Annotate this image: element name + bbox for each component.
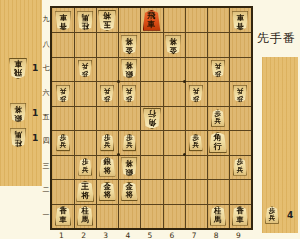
piece-kanji: 銀 [126, 69, 134, 78]
grid-line [207, 8, 208, 228]
piece-金将-3二[interactable]: 金将 [99, 182, 116, 202]
rank-label-一: 一 [43, 210, 50, 220]
file-label-3: 3 [103, 231, 108, 240]
hand-piece-gote-歩兵[interactable]: 歩兵 [265, 206, 279, 224]
grid-line [163, 8, 164, 228]
piece-銀将-4三[interactable]: 銀将 [121, 157, 138, 177]
grid-line [52, 179, 251, 180]
hand-piece-sente-飛車[interactable]: 飛車 [9, 58, 27, 79]
piece-kanji: 歩 [60, 94, 67, 102]
piece-kanji: 兵 [60, 142, 67, 150]
piece-金将-4八[interactable]: 金将 [121, 35, 138, 55]
piece-歩兵-2三[interactable]: 歩兵 [78, 158, 92, 176]
piece-角行-5五[interactable]: 角行 [143, 108, 161, 129]
piece-玉将-3九[interactable]: 玉将 [98, 10, 116, 31]
piece-kanji: 金 [170, 45, 178, 54]
piece-歩兵-1四[interactable]: 歩兵 [56, 134, 70, 152]
piece-歩兵-2七[interactable]: 歩兵 [78, 60, 92, 78]
piece-kanji: 兵 [237, 167, 244, 175]
piece-kanji: 将 [81, 191, 89, 200]
piece-歩兵-8五[interactable]: 歩兵 [211, 109, 225, 127]
rank-label-八: 八 [43, 39, 50, 49]
rank-label-四: 四 [43, 136, 50, 146]
piece-kanji: 将 [126, 191, 134, 200]
rank-label-九: 九 [43, 14, 50, 24]
piece-kanji: 将 [104, 191, 112, 200]
piece-歩兵-4六[interactable]: 歩兵 [122, 85, 136, 103]
piece-金将-4二[interactable]: 金将 [121, 182, 138, 202]
piece-kanji: 車 [59, 216, 67, 225]
piece-歩兵-9三[interactable]: 歩兵 [233, 158, 247, 176]
piece-kanji: 車 [14, 59, 22, 68]
file-label-9: 9 [236, 231, 241, 240]
piece-kanji: 金 [126, 45, 134, 54]
piece-kanji: 歩 [237, 94, 244, 102]
piece-kanji: 将 [126, 36, 134, 45]
piece-飛車-5九[interactable]: 飛車 [143, 10, 161, 31]
piece-kanji: 角 [148, 118, 156, 127]
piece-kanji: 香 [59, 20, 67, 29]
grid-line [52, 106, 251, 107]
hoshi-dot [117, 80, 120, 83]
piece-kanji: 将 [103, 11, 111, 20]
piece-kanji: 兵 [104, 86, 111, 94]
grid-line [52, 57, 251, 58]
piece-kanji: 王 [81, 182, 89, 191]
hoshi-dot [117, 153, 120, 156]
piece-kanji: 兵 [82, 62, 89, 70]
piece-kanji: 兵 [215, 118, 222, 126]
rank-label-二: 二 [43, 185, 50, 195]
piece-kanji: 将 [170, 36, 178, 45]
hand-count: 1 [32, 63, 38, 73]
piece-歩兵-7四[interactable]: 歩兵 [189, 134, 203, 152]
piece-桂馬-8一[interactable]: 桂馬 [210, 206, 227, 226]
shogi-board[interactable]: 香車桂馬玉将飛車香車金将金将歩兵銀将歩兵歩兵歩兵歩兵歩兵歩兵角行歩兵歩兵歩兵歩兵… [50, 6, 253, 230]
piece-kanji: 行 [148, 109, 156, 118]
hoshi-dot [183, 80, 186, 83]
piece-kanji: 兵 [192, 86, 199, 94]
piece-銀将-4七[interactable]: 銀将 [121, 59, 138, 79]
piece-kanji: 車 [236, 216, 244, 225]
grid-line [52, 155, 251, 156]
piece-歩兵-9六[interactable]: 歩兵 [233, 85, 247, 103]
piece-kanji: 兵 [192, 142, 199, 150]
file-label-4: 4 [125, 231, 130, 240]
piece-kanji: 歩 [104, 94, 111, 102]
piece-kanji: 兵 [60, 86, 67, 94]
grid-line [52, 204, 251, 205]
turn-indicator: 先手番 [257, 30, 296, 47]
piece-kanji: 車 [148, 20, 156, 29]
rank-label-五: 五 [43, 112, 50, 122]
piece-歩兵-3六[interactable]: 歩兵 [100, 85, 114, 103]
piece-kanji: 桂 [81, 20, 89, 29]
piece-kanji: 兵 [215, 62, 222, 70]
grid-line [52, 130, 251, 131]
piece-歩兵-3四[interactable]: 歩兵 [100, 134, 114, 152]
file-label-7: 7 [192, 231, 197, 240]
file-label-1: 1 [59, 231, 64, 240]
piece-kanji: 玉 [103, 20, 111, 29]
piece-kanji: 兵 [126, 86, 133, 94]
piece-kanji: 車 [59, 12, 67, 21]
grid-line [52, 81, 251, 82]
piece-歩兵-7六[interactable]: 歩兵 [189, 85, 203, 103]
piece-kanji: 車 [236, 12, 244, 21]
file-label-6: 6 [170, 231, 175, 240]
piece-kanji: 兵 [82, 167, 89, 175]
piece-kanji: 将 [126, 61, 134, 70]
hand-count: 4 [287, 210, 293, 220]
piece-kanji: 歩 [126, 94, 133, 102]
piece-kanji: 桂 [14, 138, 22, 147]
piece-金将-6八[interactable]: 金将 [165, 35, 182, 55]
grid-line [74, 8, 75, 228]
hand-count: 1 [32, 133, 38, 143]
piece-王将-2二[interactable]: 王将 [76, 181, 94, 202]
piece-kanji: 将 [14, 105, 22, 114]
piece-香車-9一[interactable]: 香車 [232, 206, 249, 226]
piece-歩兵-8七[interactable]: 歩兵 [211, 60, 225, 78]
piece-kanji: 将 [104, 167, 112, 176]
piece-kanji: 角 [214, 133, 222, 142]
piece-kanji: 香 [236, 20, 244, 29]
file-label-2: 2 [81, 231, 86, 240]
piece-kanji: 歩 [82, 69, 89, 77]
rank-label-六: 六 [43, 88, 50, 98]
piece-香車-1九[interactable]: 香車 [55, 11, 72, 31]
piece-香車-1一[interactable]: 香車 [55, 206, 72, 226]
grid-line [140, 8, 141, 228]
piece-香車-9九[interactable]: 香車 [232, 11, 249, 31]
piece-桂馬-2一[interactable]: 桂馬 [77, 206, 94, 226]
piece-歩兵-1六[interactable]: 歩兵 [56, 85, 70, 103]
piece-kanji: 兵 [237, 86, 244, 94]
piece-kanji: 兵 [104, 142, 111, 150]
file-label-5: 5 [148, 231, 153, 240]
piece-kanji: 馬 [214, 216, 222, 225]
piece-kanji: 歩 [192, 94, 199, 102]
grid-line [96, 8, 97, 228]
piece-kanji: 飛 [14, 68, 22, 77]
hand-count: 1 [32, 108, 38, 118]
grid-line [118, 8, 119, 228]
grid-line [52, 32, 251, 33]
shogi-diagram: 先手番 香車桂馬玉将飛車香車金将金将歩兵銀将歩兵歩兵歩兵歩兵歩兵歩兵角行歩兵歩兵… [0, 0, 300, 239]
piece-kanji: 兵 [126, 142, 133, 150]
piece-kanji: 将 [126, 158, 134, 167]
piece-kanji: 歩 [215, 69, 222, 77]
piece-角行-8四[interactable]: 角行 [209, 132, 227, 153]
gote-hand-tray [262, 57, 298, 233]
grid-line [185, 8, 186, 228]
sente-hand-tray [0, 0, 42, 186]
rank-label-七: 七 [43, 63, 50, 73]
piece-桂馬-2九[interactable]: 桂馬 [77, 11, 94, 31]
piece-銀将-3三[interactable]: 銀将 [99, 157, 116, 177]
piece-kanji: 馬 [81, 216, 89, 225]
piece-kanji: 馬 [14, 130, 22, 139]
rank-label-三: 三 [43, 161, 50, 171]
piece-kanji: 飛 [148, 11, 156, 20]
piece-kanji: 銀 [14, 113, 22, 122]
piece-kanji: 馬 [81, 12, 89, 21]
piece-歩兵-4四[interactable]: 歩兵 [122, 134, 136, 152]
piece-kanji: 行 [214, 142, 222, 151]
piece-kanji: 兵 [269, 215, 276, 223]
hoshi-dot [183, 153, 186, 156]
piece-kanji: 銀 [126, 167, 134, 176]
grid-line [229, 8, 230, 228]
file-label-8: 8 [214, 231, 219, 240]
